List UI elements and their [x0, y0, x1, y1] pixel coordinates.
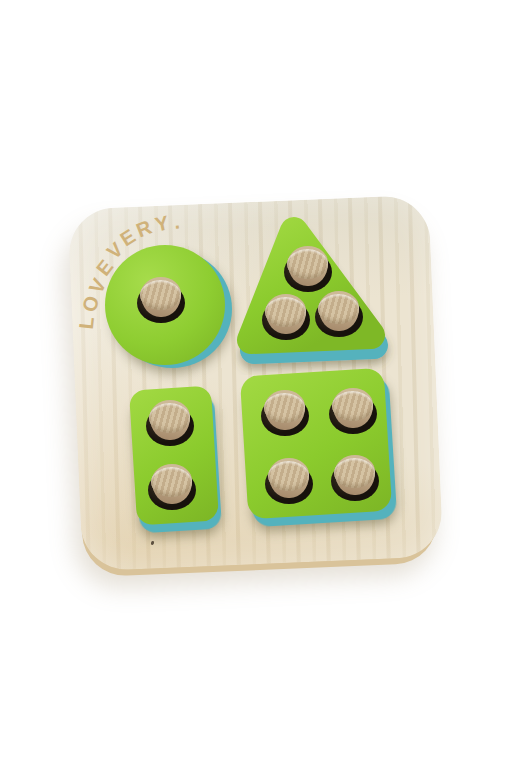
logo-letter: L — [75, 316, 99, 331]
peg-top — [332, 391, 373, 421]
peg-rectangle-bottom — [146, 456, 198, 512]
peg-top — [264, 393, 305, 423]
peg-top — [151, 467, 192, 497]
peg-rectangle-top — [144, 392, 196, 448]
product-photo: L O V E V E R Y . — [0, 0, 512, 768]
peg-top — [140, 280, 181, 310]
peg-square-bottom-right — [329, 447, 381, 503]
peg-top — [334, 458, 375, 488]
peg-top — [318, 294, 359, 324]
peg-square-top-right — [327, 380, 379, 436]
peg-circle-1 — [135, 269, 187, 325]
peg-square-bottom-left — [263, 450, 315, 506]
peg-triangle-bottom-right — [313, 283, 365, 339]
peg-top — [287, 249, 328, 279]
peg-top — [265, 297, 306, 327]
peg-top — [268, 461, 309, 491]
peg-square-top-left — [259, 382, 311, 438]
peg-top — [149, 403, 190, 433]
peg-triangle-bottom-left — [260, 286, 312, 342]
